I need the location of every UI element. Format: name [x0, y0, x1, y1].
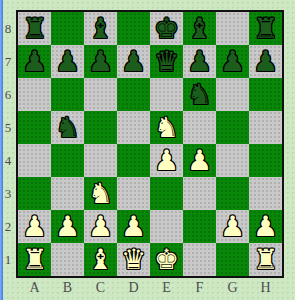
square-f6[interactable]: ♞	[183, 78, 216, 111]
square-g6[interactable]	[216, 78, 249, 111]
square-h6[interactable]	[249, 78, 282, 111]
square-b6[interactable]	[51, 78, 84, 111]
piece-black-bishop[interactable]: ♝	[88, 12, 113, 45]
square-b8[interactable]	[51, 12, 84, 45]
square-b2[interactable]: ♟	[51, 210, 84, 243]
rank-label-5: 5	[0, 111, 16, 144]
square-f4[interactable]: ♟	[183, 144, 216, 177]
square-e8[interactable]: ♚	[150, 12, 183, 45]
file-label-g: G	[216, 278, 249, 298]
piece-black-knight[interactable]: ♞	[55, 111, 80, 144]
square-b1[interactable]	[51, 243, 84, 276]
file-label-e: E	[150, 278, 183, 298]
file-label-d: D	[117, 278, 150, 298]
rank-labels: 87654321	[0, 12, 16, 276]
square-c2[interactable]: ♟	[84, 210, 117, 243]
square-g2[interactable]: ♟	[216, 210, 249, 243]
piece-white-queen[interactable]: ♛	[121, 243, 146, 276]
square-a5[interactable]	[18, 111, 51, 144]
piece-white-bishop[interactable]: ♝	[88, 243, 113, 276]
rank-label-8: 8	[0, 12, 16, 45]
square-a7[interactable]: ♟	[18, 45, 51, 78]
piece-black-king[interactable]: ♚	[154, 12, 179, 45]
square-a8[interactable]: ♜	[18, 12, 51, 45]
square-c4[interactable]	[84, 144, 117, 177]
piece-black-pawn[interactable]: ♟	[22, 45, 47, 78]
piece-white-pawn[interactable]: ♟	[88, 210, 113, 243]
square-c6[interactable]	[84, 78, 117, 111]
square-d6[interactable]	[117, 78, 150, 111]
square-a3[interactable]	[18, 177, 51, 210]
square-g3[interactable]	[216, 177, 249, 210]
piece-white-pawn[interactable]: ♟	[220, 210, 245, 243]
piece-black-knight[interactable]: ♞	[187, 78, 212, 111]
square-f2[interactable]	[183, 210, 216, 243]
piece-white-rook[interactable]: ♜	[253, 243, 278, 276]
file-label-b: B	[51, 278, 84, 298]
square-e4[interactable]: ♟	[150, 144, 183, 177]
piece-white-pawn[interactable]: ♟	[154, 144, 179, 177]
square-g4[interactable]	[216, 144, 249, 177]
file-label-a: A	[18, 278, 51, 298]
square-b4[interactable]	[51, 144, 84, 177]
piece-white-pawn[interactable]: ♟	[187, 144, 212, 177]
square-d4[interactable]	[117, 144, 150, 177]
piece-white-knight[interactable]: ♞	[154, 111, 179, 144]
square-d3[interactable]	[117, 177, 150, 210]
square-b3[interactable]	[51, 177, 84, 210]
chess-board: ♜♝♚♝♜♟♟♟♟♛♟♟♟♞♞♞♟♟♞♟♟♟♟♟♟♜♝♛♚♜	[16, 10, 284, 278]
square-b7[interactable]: ♟	[51, 45, 84, 78]
piece-black-bishop[interactable]: ♝	[187, 12, 212, 45]
square-g7[interactable]: ♟	[216, 45, 249, 78]
piece-white-knight[interactable]: ♞	[88, 177, 113, 210]
piece-black-pawn[interactable]: ♟	[253, 45, 278, 78]
square-h2[interactable]: ♟	[249, 210, 282, 243]
piece-black-pawn[interactable]: ♟	[55, 45, 80, 78]
piece-black-pawn[interactable]: ♟	[220, 45, 245, 78]
piece-black-rook[interactable]: ♜	[22, 12, 47, 45]
square-b5[interactable]: ♞	[51, 111, 84, 144]
piece-white-pawn[interactable]: ♟	[253, 210, 278, 243]
square-h3[interactable]	[249, 177, 282, 210]
piece-white-pawn[interactable]: ♟	[55, 210, 80, 243]
square-d8[interactable]	[117, 12, 150, 45]
square-a4[interactable]	[18, 144, 51, 177]
rank-label-7: 7	[0, 45, 16, 78]
square-f8[interactable]: ♝	[183, 12, 216, 45]
square-g8[interactable]	[216, 12, 249, 45]
piece-black-rook[interactable]: ♜	[253, 12, 278, 45]
square-f5[interactable]	[183, 111, 216, 144]
piece-black-queen[interactable]: ♛	[154, 45, 179, 78]
square-c3[interactable]: ♞	[84, 177, 117, 210]
file-labels: ABCDEFGH	[18, 278, 282, 298]
square-e3[interactable]	[150, 177, 183, 210]
square-d1[interactable]: ♛	[117, 243, 150, 276]
square-c1[interactable]: ♝	[84, 243, 117, 276]
chess-diagram-page: 87654321 ♜♝♚♝♜♟♟♟♟♛♟♟♟♞♞♞♟♟♞♟♟♟♟♟♟♜♝♛♚♜ …	[0, 0, 295, 300]
rank-label-3: 3	[0, 177, 16, 210]
file-label-h: H	[249, 278, 282, 298]
piece-white-rook[interactable]: ♜	[22, 243, 47, 276]
square-a2[interactable]: ♟	[18, 210, 51, 243]
piece-white-king[interactable]: ♚	[154, 243, 179, 276]
square-d2[interactable]: ♟	[117, 210, 150, 243]
square-h8[interactable]: ♜	[249, 12, 282, 45]
square-f3[interactable]	[183, 177, 216, 210]
piece-white-pawn[interactable]: ♟	[121, 210, 146, 243]
square-d5[interactable]	[117, 111, 150, 144]
square-f7[interactable]: ♟	[183, 45, 216, 78]
rank-label-2: 2	[0, 210, 16, 243]
file-label-f: F	[183, 278, 216, 298]
square-h4[interactable]	[249, 144, 282, 177]
square-d7[interactable]: ♟	[117, 45, 150, 78]
piece-black-pawn[interactable]: ♟	[187, 45, 212, 78]
square-g1[interactable]	[216, 243, 249, 276]
square-e5[interactable]: ♞	[150, 111, 183, 144]
square-e7[interactable]: ♛	[150, 45, 183, 78]
file-label-c: C	[84, 278, 117, 298]
square-c8[interactable]: ♝	[84, 12, 117, 45]
square-c5[interactable]	[84, 111, 117, 144]
rank-label-1: 1	[0, 243, 16, 276]
square-h5[interactable]	[249, 111, 282, 144]
square-h7[interactable]: ♟	[249, 45, 282, 78]
piece-white-pawn[interactable]: ♟	[22, 210, 47, 243]
square-h1[interactable]: ♜	[249, 243, 282, 276]
rank-label-4: 4	[0, 144, 16, 177]
square-a6[interactable]	[18, 78, 51, 111]
square-c7[interactable]: ♟	[84, 45, 117, 78]
square-f1[interactable]	[183, 243, 216, 276]
piece-black-pawn[interactable]: ♟	[121, 45, 146, 78]
square-g5[interactable]	[216, 111, 249, 144]
square-e6[interactable]	[150, 78, 183, 111]
rank-label-6: 6	[0, 78, 16, 111]
square-a1[interactable]: ♜	[18, 243, 51, 276]
piece-black-pawn[interactable]: ♟	[88, 45, 113, 78]
square-e2[interactable]	[150, 210, 183, 243]
square-e1[interactable]: ♚	[150, 243, 183, 276]
